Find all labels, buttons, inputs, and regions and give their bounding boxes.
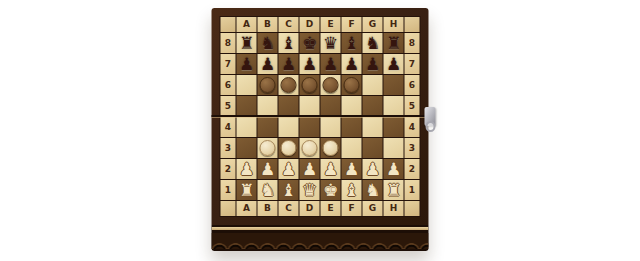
square-h2[interactable]: ♟ — [384, 159, 404, 179]
square-b5[interactable] — [258, 96, 278, 116]
square-f1[interactable]: ♝ — [342, 180, 362, 200]
file-label-h-bottom: H — [384, 201, 404, 216]
rank-label-4-right: 4 — [405, 117, 420, 137]
square-d5[interactable] — [300, 96, 320, 116]
square-g2[interactable]: ♟ — [363, 159, 383, 179]
black-pawn[interactable]: ♟ — [281, 54, 296, 74]
square-a1[interactable]: ♜ — [237, 180, 257, 200]
border-corner-top-left — [221, 17, 236, 32]
square-a6[interactable] — [237, 75, 257, 95]
square-b1[interactable]: ♞ — [258, 180, 278, 200]
file-label-e-bottom: E — [321, 201, 341, 216]
black-rook[interactable]: ♜ — [239, 33, 254, 53]
white-pawn[interactable]: ♟ — [281, 159, 296, 179]
square-f7[interactable]: ♟ — [342, 54, 362, 74]
black-pawn[interactable]: ♟ — [239, 54, 254, 74]
square-b6[interactable] — [258, 75, 278, 95]
edge-stripe — [212, 227, 429, 230]
carved-box-side — [212, 225, 429, 251]
rank-label-5-left: 5 — [221, 96, 236, 116]
light-draughts-disc[interactable] — [323, 140, 339, 156]
black-pawn[interactable]: ♟ — [302, 54, 317, 74]
white-knight[interactable]: ♞ — [365, 180, 380, 200]
white-queen[interactable]: ♛ — [302, 180, 317, 200]
square-h3[interactable] — [384, 138, 404, 158]
rank-label-3-left: 3 — [221, 138, 236, 158]
white-pawn[interactable]: ♟ — [302, 159, 317, 179]
square-c5[interactable] — [279, 96, 299, 116]
file-label-e-top: E — [321, 17, 341, 32]
square-b2[interactable]: ♟ — [258, 159, 278, 179]
rank-label-8-right: 8 — [405, 33, 420, 53]
square-f8[interactable]: ♝ — [342, 33, 362, 53]
square-a5[interactable] — [237, 96, 257, 116]
rank-label-4-left: 4 — [221, 117, 236, 137]
square-d4[interactable] — [300, 117, 320, 137]
square-c6[interactable] — [279, 75, 299, 95]
square-b3[interactable] — [258, 138, 278, 158]
square-e5[interactable] — [321, 96, 341, 116]
square-e1[interactable]: ♚ — [321, 180, 341, 200]
rank-label-1-right: 1 — [405, 180, 420, 200]
square-g3[interactable] — [363, 138, 383, 158]
square-e4[interactable] — [321, 117, 341, 137]
black-king[interactable]: ♚ — [302, 33, 317, 53]
file-label-h-top: H — [384, 17, 404, 32]
white-pawn[interactable]: ♟ — [323, 159, 338, 179]
rank-label-2-left: 2 — [221, 159, 236, 179]
white-pawn[interactable]: ♟ — [260, 159, 275, 179]
black-knight[interactable]: ♞ — [260, 33, 275, 53]
file-label-b-top: B — [258, 17, 278, 32]
square-a3[interactable] — [237, 138, 257, 158]
black-bishop[interactable]: ♝ — [281, 33, 296, 53]
black-knight[interactable]: ♞ — [365, 33, 380, 53]
black-rook[interactable]: ♜ — [386, 33, 401, 53]
square-g1[interactable]: ♞ — [363, 180, 383, 200]
black-pawn[interactable]: ♟ — [323, 54, 338, 74]
square-c2[interactable]: ♟ — [279, 159, 299, 179]
square-c1[interactable]: ♝ — [279, 180, 299, 200]
black-pawn[interactable]: ♟ — [344, 54, 359, 74]
rank-label-2-right: 2 — [405, 159, 420, 179]
dark-draughts-disc[interactable] — [323, 77, 339, 93]
black-pawn[interactable]: ♟ — [365, 54, 380, 74]
rank-label-6-left: 6 — [221, 75, 236, 95]
square-a8[interactable]: ♜ — [237, 33, 257, 53]
square-g6[interactable] — [363, 75, 383, 95]
chess-set: ABCDEFGH8♜♞♝♚♛♝♞♜87♟♟♟♟♟♟♟♟7665544332♟♟♟… — [212, 8, 429, 251]
square-e8[interactable]: ♛ — [321, 33, 341, 53]
square-a2[interactable]: ♟ — [237, 159, 257, 179]
photo-canvas: ABCDEFGH8♜♞♝♚♛♝♞♜87♟♟♟♟♟♟♟♟7665544332♟♟♟… — [0, 0, 640, 261]
white-bishop[interactable]: ♝ — [281, 180, 296, 200]
folding-board: ABCDEFGH8♜♞♝♚♛♝♞♜87♟♟♟♟♟♟♟♟7665544332♟♟♟… — [212, 8, 429, 251]
square-d6[interactable] — [300, 75, 320, 95]
file-label-d-bottom: D — [300, 201, 320, 216]
black-queen[interactable]: ♛ — [323, 33, 338, 53]
square-g7[interactable]: ♟ — [363, 54, 383, 74]
file-label-c-top: C — [279, 17, 299, 32]
square-b8[interactable]: ♞ — [258, 33, 278, 53]
white-knight[interactable]: ♞ — [260, 180, 275, 200]
file-label-f-bottom: F — [342, 201, 362, 216]
file-label-c-bottom: C — [279, 201, 299, 216]
rank-label-3-right: 3 — [405, 138, 420, 158]
dark-draughts-disc[interactable] — [302, 77, 318, 93]
file-label-a-top: A — [237, 17, 257, 32]
square-c7[interactable]: ♟ — [279, 54, 299, 74]
square-e2[interactable]: ♟ — [321, 159, 341, 179]
square-d1[interactable]: ♛ — [300, 180, 320, 200]
square-e3[interactable] — [321, 138, 341, 158]
white-bishop[interactable]: ♝ — [344, 180, 359, 200]
dark-draughts-disc[interactable] — [344, 77, 360, 93]
light-draughts-disc[interactable] — [302, 140, 318, 156]
square-a4[interactable] — [237, 117, 257, 137]
white-pawn[interactable]: ♟ — [344, 159, 359, 179]
square-f4[interactable] — [342, 117, 362, 137]
white-pawn[interactable]: ♟ — [239, 159, 254, 179]
white-pawn[interactable]: ♟ — [365, 159, 380, 179]
rank-label-7-left: 7 — [221, 54, 236, 74]
square-h7[interactable]: ♟ — [384, 54, 404, 74]
square-d2[interactable]: ♟ — [300, 159, 320, 179]
square-h4[interactable] — [384, 117, 404, 137]
square-g4[interactable] — [363, 117, 383, 137]
square-h1[interactable]: ♜ — [384, 180, 404, 200]
white-rook[interactable]: ♜ — [386, 180, 401, 200]
border-corner-bottom-right — [405, 201, 420, 216]
rank-label-7-right: 7 — [405, 54, 420, 74]
square-a7[interactable]: ♟ — [237, 54, 257, 74]
square-b7[interactable]: ♟ — [258, 54, 278, 74]
white-rook[interactable]: ♜ — [239, 180, 254, 200]
fold-seam — [212, 115, 429, 118]
square-g5[interactable] — [363, 96, 383, 116]
square-g8[interactable]: ♞ — [363, 33, 383, 53]
black-pawn[interactable]: ♟ — [386, 54, 401, 74]
square-f5[interactable] — [342, 96, 362, 116]
square-f2[interactable]: ♟ — [342, 159, 362, 179]
white-king[interactable]: ♚ — [323, 180, 338, 200]
square-d7[interactable]: ♟ — [300, 54, 320, 74]
border-corner-top-right — [405, 17, 420, 32]
square-b4[interactable] — [258, 117, 278, 137]
square-h5[interactable] — [384, 96, 404, 116]
dark-draughts-disc[interactable] — [281, 77, 297, 93]
square-e7[interactable]: ♟ — [321, 54, 341, 74]
file-label-d-top: D — [300, 17, 320, 32]
carved-arch-pattern — [212, 233, 429, 249]
black-pawn[interactable]: ♟ — [260, 54, 275, 74]
square-d3[interactable] — [300, 138, 320, 158]
square-h6[interactable] — [384, 75, 404, 95]
rank-label-5-right: 5 — [405, 96, 420, 116]
rank-label-8-left: 8 — [221, 33, 236, 53]
border-corner-bottom-left — [221, 201, 236, 216]
file-label-b-bottom: B — [258, 201, 278, 216]
board-frame: ABCDEFGH8♜♞♝♚♛♝♞♜87♟♟♟♟♟♟♟♟7665544332♟♟♟… — [212, 8, 429, 225]
rank-label-1-left: 1 — [221, 180, 236, 200]
square-e6[interactable] — [321, 75, 341, 95]
dark-draughts-disc[interactable] — [260, 77, 276, 93]
square-h8[interactable]: ♜ — [384, 33, 404, 53]
file-label-f-top: F — [342, 17, 362, 32]
file-label-g-bottom: G — [363, 201, 383, 216]
file-label-g-top: G — [363, 17, 383, 32]
square-f3[interactable] — [342, 138, 362, 158]
black-bishop[interactable]: ♝ — [344, 33, 359, 53]
square-d8[interactable]: ♚ — [300, 33, 320, 53]
light-draughts-disc[interactable] — [260, 140, 276, 156]
square-c8[interactable]: ♝ — [279, 33, 299, 53]
square-c3[interactable] — [279, 138, 299, 158]
light-draughts-disc[interactable] — [281, 140, 297, 156]
square-f6[interactable] — [342, 75, 362, 95]
white-pawn[interactable]: ♟ — [386, 159, 401, 179]
clasp-icon — [425, 107, 436, 126]
rank-label-6-right: 6 — [405, 75, 420, 95]
file-label-a-bottom: A — [237, 201, 257, 216]
square-c4[interactable] — [279, 117, 299, 137]
